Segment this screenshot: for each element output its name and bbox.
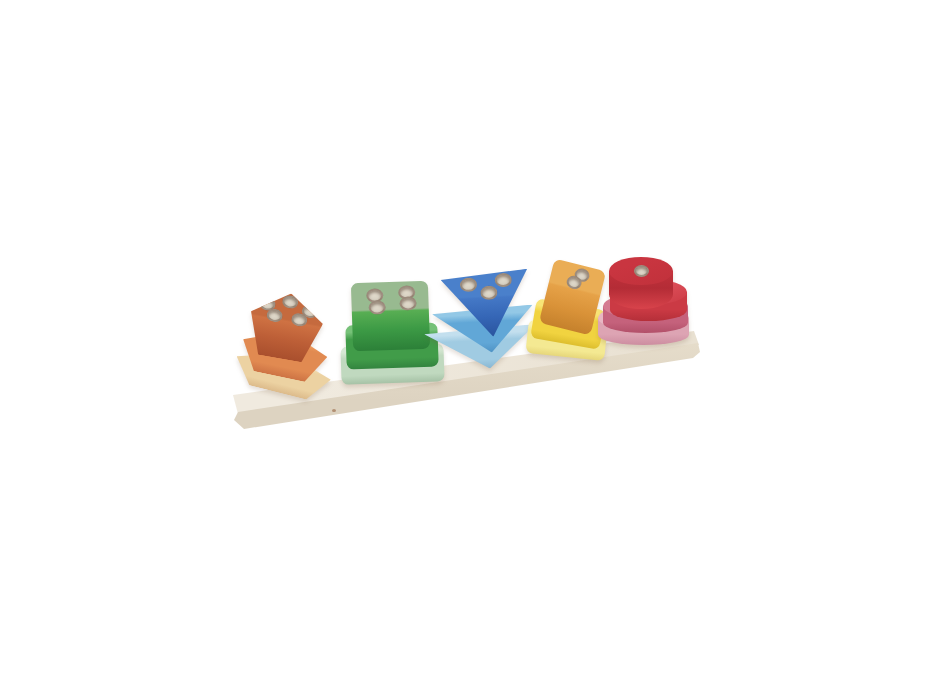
peg-hole xyxy=(480,285,498,300)
peg-hole xyxy=(258,296,276,312)
red-circle-block-top xyxy=(609,257,673,309)
peg-hole xyxy=(459,277,477,292)
green-square-block-top xyxy=(350,281,429,352)
stack-circle-red xyxy=(591,233,696,345)
peg-hole xyxy=(634,265,649,277)
peg-hole xyxy=(399,297,416,312)
toy-photo-scene xyxy=(0,0,928,686)
peg-hole xyxy=(368,300,385,315)
peg-hole xyxy=(280,294,298,310)
peg-hole xyxy=(494,273,512,288)
wood-knot xyxy=(332,409,336,412)
stack-pentagon-orange xyxy=(227,281,338,393)
